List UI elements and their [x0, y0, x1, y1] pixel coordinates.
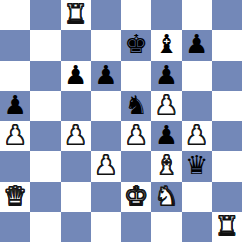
chess-board: ♜♚♝♟♟♟♟♟♞♟♟♟♟♟♟♟♝♛♛♚♞♜	[0, 0, 242, 242]
square-e3[interactable]	[121, 151, 151, 181]
white-pawn: ♟	[185, 122, 208, 148]
square-d4[interactable]	[91, 121, 121, 151]
square-b4[interactable]	[30, 121, 60, 151]
white-knight: ♞	[155, 183, 178, 209]
square-f4[interactable]: ♟	[151, 121, 181, 151]
square-a1[interactable]	[0, 212, 30, 242]
black-pawn: ♟	[185, 31, 208, 57]
square-b2[interactable]	[30, 182, 60, 212]
square-a2[interactable]: ♛	[0, 182, 30, 212]
white-pawn: ♟	[3, 122, 26, 148]
square-g6[interactable]	[182, 61, 212, 91]
square-e4[interactable]: ♟	[121, 121, 151, 151]
black-king: ♚	[124, 31, 147, 57]
square-g7[interactable]: ♟	[182, 30, 212, 60]
white-pawn: ♟	[124, 122, 147, 148]
square-f6[interactable]: ♟	[151, 61, 181, 91]
black-bishop: ♝	[155, 31, 178, 57]
square-h7[interactable]	[212, 30, 242, 60]
black-queen: ♛	[185, 152, 208, 178]
square-f1[interactable]	[151, 212, 181, 242]
square-d1[interactable]	[91, 212, 121, 242]
white-pawn: ♟	[94, 152, 117, 178]
square-f3[interactable]: ♝	[151, 151, 181, 181]
square-b6[interactable]	[30, 61, 60, 91]
square-b1[interactable]	[30, 212, 60, 242]
white-rook: ♜	[215, 213, 238, 239]
square-h1[interactable]: ♜	[212, 212, 242, 242]
square-e8[interactable]	[121, 0, 151, 30]
square-h4[interactable]	[212, 121, 242, 151]
square-c8[interactable]: ♜	[61, 0, 91, 30]
square-h8[interactable]	[212, 0, 242, 30]
square-f5[interactable]: ♟	[151, 91, 181, 121]
white-rook: ♜	[64, 1, 87, 27]
square-a7[interactable]	[0, 30, 30, 60]
square-b5[interactable]	[30, 91, 60, 121]
square-h3[interactable]	[212, 151, 242, 181]
square-c7[interactable]	[61, 30, 91, 60]
square-g8[interactable]	[182, 0, 212, 30]
black-pawn: ♟	[64, 62, 87, 88]
white-bishop: ♝	[155, 152, 178, 178]
square-f7[interactable]: ♝	[151, 30, 181, 60]
black-knight: ♞	[124, 92, 147, 118]
white-pawn: ♟	[155, 92, 178, 118]
square-d8[interactable]	[91, 0, 121, 30]
square-g4[interactable]: ♟	[182, 121, 212, 151]
square-h2[interactable]	[212, 182, 242, 212]
black-pawn: ♟	[94, 62, 117, 88]
square-f8[interactable]	[151, 0, 181, 30]
square-d3[interactable]: ♟	[91, 151, 121, 181]
square-e7[interactable]: ♚	[121, 30, 151, 60]
white-queen: ♛	[3, 183, 26, 209]
square-a5[interactable]: ♟	[0, 91, 30, 121]
square-h5[interactable]	[212, 91, 242, 121]
white-pawn: ♟	[64, 122, 87, 148]
square-a6[interactable]	[0, 61, 30, 91]
square-c4[interactable]: ♟	[61, 121, 91, 151]
square-d2[interactable]	[91, 182, 121, 212]
square-e5[interactable]: ♞	[121, 91, 151, 121]
square-h6[interactable]	[212, 61, 242, 91]
square-g5[interactable]	[182, 91, 212, 121]
black-pawn: ♟	[155, 62, 178, 88]
square-g1[interactable]	[182, 212, 212, 242]
square-e6[interactable]	[121, 61, 151, 91]
square-e1[interactable]	[121, 212, 151, 242]
square-c2[interactable]	[61, 182, 91, 212]
white-king: ♚	[124, 183, 147, 209]
square-a3[interactable]	[0, 151, 30, 181]
square-d5[interactable]	[91, 91, 121, 121]
square-g2[interactable]	[182, 182, 212, 212]
square-d7[interactable]	[91, 30, 121, 60]
square-e2[interactable]: ♚	[121, 182, 151, 212]
square-f2[interactable]: ♞	[151, 182, 181, 212]
black-pawn: ♟	[3, 92, 26, 118]
square-c3[interactable]	[61, 151, 91, 181]
square-c1[interactable]	[61, 212, 91, 242]
square-c5[interactable]	[61, 91, 91, 121]
black-pawn: ♟	[155, 122, 178, 148]
square-b7[interactable]	[30, 30, 60, 60]
square-d6[interactable]: ♟	[91, 61, 121, 91]
square-a8[interactable]	[0, 0, 30, 30]
square-a4[interactable]: ♟	[0, 121, 30, 151]
square-g3[interactable]: ♛	[182, 151, 212, 181]
square-b3[interactable]	[30, 151, 60, 181]
square-c6[interactable]: ♟	[61, 61, 91, 91]
square-b8[interactable]	[30, 0, 60, 30]
chess-board-container: ♜♚♝♟♟♟♟♟♞♟♟♟♟♟♟♟♝♛♛♚♞♜	[0, 0, 242, 242]
